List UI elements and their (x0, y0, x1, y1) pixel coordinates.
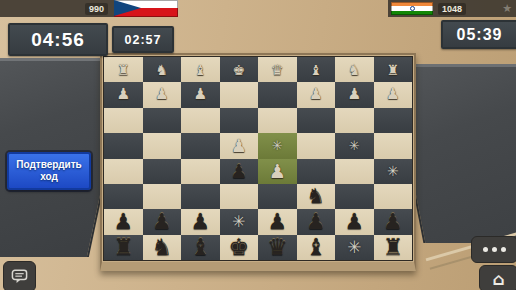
white-rook: ♜ (117, 63, 130, 77)
square-b5[interactable] (335, 159, 374, 184)
game-screen: ♜♞♝♚♛♝♞♜♟♟♟♟♟♟♟✳✳♟♟✳♞♟♟♟✳♟♟♟♟♜♞♝♚♛♝✳♜ 99… (0, 0, 516, 290)
square-f2[interactable]: ♟ (181, 82, 220, 107)
rating-badge-bottom: 990 (85, 3, 108, 15)
square-e4[interactable]: ♟ (220, 133, 259, 158)
white-rook: ♜ (386, 63, 399, 77)
square-d4[interactable]: ✳ (258, 133, 297, 158)
clock-top-main: 05:39 (441, 20, 516, 49)
ellipsis-dot (483, 247, 488, 252)
white-pawn: ♟ (386, 87, 400, 102)
rating-badge-top: 1048 (438, 3, 466, 15)
square-h2[interactable]: ♟ (104, 82, 143, 107)
square-a5[interactable]: ✳ (374, 159, 413, 184)
square-h7[interactable]: ♟ (104, 209, 143, 234)
black-pawn: ♟ (306, 211, 326, 233)
square-e2[interactable] (220, 82, 259, 107)
square-e3[interactable] (220, 108, 259, 133)
black-pawn: ♟ (383, 211, 403, 233)
black-queen: ♛ (267, 236, 288, 259)
player-bar-top: 1048 ★ (388, 0, 516, 17)
more-options-button[interactable] (471, 236, 516, 263)
square-g8[interactable]: ♞ (143, 235, 182, 260)
square-g6[interactable] (143, 184, 182, 209)
square-f7[interactable]: ♟ (181, 209, 220, 234)
white-pawn: ♟ (347, 87, 361, 102)
black-rook: ♜ (382, 236, 403, 259)
white-knight: ♞ (155, 63, 168, 77)
square-a6[interactable] (374, 184, 413, 209)
legal-move-star-icon: ✳ (349, 139, 360, 152)
square-e1[interactable]: ♚ (220, 57, 259, 82)
square-f1[interactable]: ♝ (181, 57, 220, 82)
square-d1[interactable]: ♛ (258, 57, 297, 82)
square-c5[interactable] (297, 159, 336, 184)
legal-move-star-icon: ✳ (232, 214, 245, 230)
square-d3[interactable] (258, 108, 297, 133)
confirm-move-button[interactable]: Подтвердить ход (7, 152, 91, 190)
black-pawn: ♟ (190, 211, 210, 233)
white-bishop: ♝ (309, 63, 322, 77)
white-pawn: ♟ (116, 87, 130, 102)
chess-board: ♜♞♝♚♛♝♞♜♟♟♟♟♟♟♟✳✳♟♟✳♞♟♟♟✳♟♟♟♟♜♞♝♚♛♝✳♜ (104, 57, 412, 260)
black-bishop: ♝ (305, 236, 326, 259)
black-knight: ♞ (307, 186, 325, 207)
legal-move-star-icon: ✳ (347, 239, 361, 256)
square-a4[interactable] (374, 133, 413, 158)
square-b6[interactable] (335, 184, 374, 209)
confirm-move-label-line1: Подтвердить (16, 159, 81, 172)
clock-bottom-main: 04:56 (8, 23, 108, 56)
square-e6[interactable] (220, 184, 259, 209)
white-king: ♚ (232, 63, 245, 77)
home-button[interactable]: ⌂ (479, 265, 516, 290)
square-h4[interactable] (104, 133, 143, 158)
square-g3[interactable] (143, 108, 182, 133)
square-a8[interactable]: ♜ (374, 235, 413, 260)
black-pawn: ♟ (230, 162, 247, 181)
legal-move-star-icon: ✳ (387, 164, 399, 178)
square-a1[interactable]: ♜ (374, 57, 413, 82)
board-frame: ♜♞♝♚♛♝♞♜♟♟♟♟♟♟♟✳✳♟♟✳♞♟♟♟✳♟♟♟♟♜♞♝♚♛♝✳♜ (100, 53, 416, 271)
square-f3[interactable] (181, 108, 220, 133)
white-pawn: ♟ (193, 87, 207, 102)
square-d2[interactable] (258, 82, 297, 107)
black-pawn: ♟ (344, 211, 364, 233)
square-h1[interactable]: ♜ (104, 57, 143, 82)
square-c2[interactable]: ♟ (297, 82, 336, 107)
india-flag-icon (391, 2, 433, 15)
white-pawn: ♟ (309, 87, 323, 102)
square-d6[interactable] (258, 184, 297, 209)
black-pawn: ♟ (267, 211, 287, 233)
square-h6[interactable] (104, 184, 143, 209)
czech-flag-icon (114, 0, 178, 17)
favorite-star-icon[interactable]: ★ (502, 3, 512, 14)
white-bishop: ♝ (194, 63, 207, 77)
india-flag-chakra (410, 6, 415, 11)
square-b2[interactable]: ♟ (335, 82, 374, 107)
square-g5[interactable] (143, 159, 182, 184)
white-pawn: ♟ (231, 137, 247, 155)
black-pawn: ♟ (113, 211, 133, 233)
square-c7[interactable]: ♟ (297, 209, 336, 234)
square-e7[interactable]: ✳ (220, 209, 259, 234)
black-rook: ♜ (113, 236, 134, 259)
square-f5[interactable] (181, 159, 220, 184)
square-a2[interactable]: ♟ (374, 82, 413, 107)
square-c3[interactable] (297, 108, 336, 133)
home-icon: ⌂ (492, 269, 504, 289)
square-a3[interactable] (374, 108, 413, 133)
square-d8[interactable]: ♛ (258, 235, 297, 260)
square-c4[interactable] (297, 133, 336, 158)
square-b8[interactable]: ✳ (335, 235, 374, 260)
ellipsis-dot (501, 247, 506, 252)
czech-flag-triangle (114, 0, 141, 16)
chat-button[interactable] (3, 261, 36, 290)
square-b4[interactable]: ✳ (335, 133, 374, 158)
black-pawn: ♟ (152, 211, 172, 233)
legal-move-star-icon: ✳ (272, 139, 283, 152)
square-f4[interactable] (181, 133, 220, 158)
black-king: ♚ (228, 236, 249, 259)
square-f8[interactable]: ♝ (181, 235, 220, 260)
square-g7[interactable]: ♟ (143, 209, 182, 234)
square-e5[interactable]: ♟ (220, 159, 259, 184)
player-bar-bottom: 990 (0, 0, 178, 17)
square-b7[interactable]: ♟ (335, 209, 374, 234)
square-b3[interactable] (335, 108, 374, 133)
white-pawn: ♟ (269, 162, 286, 181)
white-queen: ♛ (271, 63, 284, 77)
clock-bottom-move: 02:57 (112, 26, 174, 53)
square-h3[interactable] (104, 108, 143, 133)
square-h8[interactable]: ♜ (104, 235, 143, 260)
square-d7[interactable]: ♟ (258, 209, 297, 234)
square-g1[interactable]: ♞ (143, 57, 182, 82)
white-knight: ♞ (348, 63, 361, 77)
speech-bubble-icon (11, 269, 28, 284)
square-b1[interactable]: ♞ (335, 57, 374, 82)
confirm-move-label-line2: ход (40, 171, 58, 184)
square-f6[interactable] (181, 184, 220, 209)
square-g2[interactable]: ♟ (143, 82, 182, 107)
square-e8[interactable]: ♚ (220, 235, 259, 260)
square-a7[interactable]: ♟ (374, 209, 413, 234)
square-g4[interactable] (143, 133, 182, 158)
black-knight: ♞ (151, 236, 172, 259)
square-c8[interactable]: ♝ (297, 235, 336, 260)
square-h5[interactable] (104, 159, 143, 184)
square-c1[interactable]: ♝ (297, 57, 336, 82)
ellipsis-dot (492, 247, 497, 252)
square-c6[interactable]: ♞ (297, 184, 336, 209)
black-bishop: ♝ (190, 236, 211, 259)
square-d5[interactable]: ♟ (258, 159, 297, 184)
white-pawn: ♟ (155, 87, 169, 102)
